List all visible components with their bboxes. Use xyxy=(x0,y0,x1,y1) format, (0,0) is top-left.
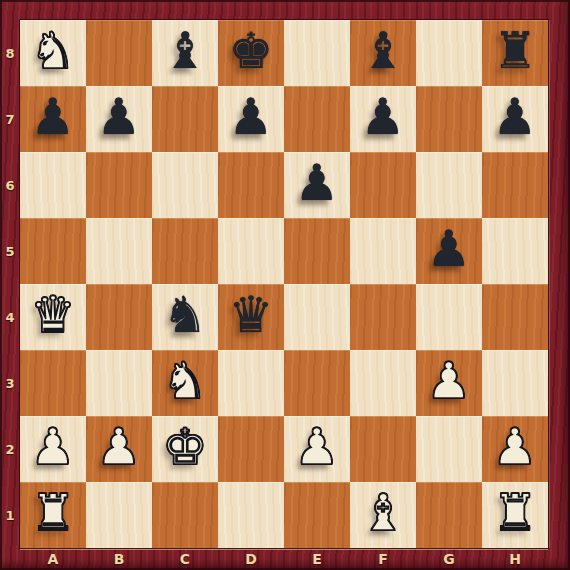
square-b6[interactable] xyxy=(86,152,152,218)
chess-board: ♞♝♚♝♜♟♟♟♟♟♟♟♛♞♛♞♟♟♟♚♟♟♜♝♜ xyxy=(20,20,548,548)
square-d2[interactable] xyxy=(218,416,284,482)
square-b5[interactable] xyxy=(86,218,152,284)
file-label-b: B xyxy=(86,548,152,570)
black-king: ♚ xyxy=(229,26,274,76)
rank-label-2: 2 xyxy=(0,416,20,482)
rank-label-6: 6 xyxy=(0,152,20,218)
black-bishop: ♝ xyxy=(361,26,406,76)
square-a5[interactable] xyxy=(20,218,86,284)
square-b4[interactable] xyxy=(86,284,152,350)
square-a3[interactable] xyxy=(20,350,86,416)
square-g1[interactable] xyxy=(416,482,482,548)
square-d3[interactable] xyxy=(218,350,284,416)
square-f3[interactable] xyxy=(350,350,416,416)
black-bishop: ♝ xyxy=(163,26,208,76)
square-c4[interactable]: ♞ xyxy=(152,284,218,350)
square-c5[interactable] xyxy=(152,218,218,284)
square-g5[interactable]: ♟ xyxy=(416,218,482,284)
square-d6[interactable] xyxy=(218,152,284,218)
square-c7[interactable] xyxy=(152,86,218,152)
white-pawn: ♟ xyxy=(427,356,472,406)
square-b1[interactable] xyxy=(86,482,152,548)
rank-label-8: 8 xyxy=(0,20,20,86)
square-d4[interactable]: ♛ xyxy=(218,284,284,350)
square-e4[interactable] xyxy=(284,284,350,350)
square-g4[interactable] xyxy=(416,284,482,350)
square-f2[interactable] xyxy=(350,416,416,482)
square-d7[interactable]: ♟ xyxy=(218,86,284,152)
square-b3[interactable] xyxy=(86,350,152,416)
square-a8[interactable]: ♞ xyxy=(20,20,86,86)
square-c6[interactable] xyxy=(152,152,218,218)
square-c8[interactable]: ♝ xyxy=(152,20,218,86)
black-queen: ♛ xyxy=(229,290,274,340)
square-g3[interactable]: ♟ xyxy=(416,350,482,416)
white-pawn: ♟ xyxy=(31,422,76,472)
rank-label-1: 1 xyxy=(0,482,20,548)
black-pawn: ♟ xyxy=(97,92,142,142)
square-e5[interactable] xyxy=(284,218,350,284)
white-knight: ♞ xyxy=(163,356,208,406)
square-g7[interactable] xyxy=(416,86,482,152)
square-b7[interactable]: ♟ xyxy=(86,86,152,152)
square-e8[interactable] xyxy=(284,20,350,86)
file-label-e: E xyxy=(284,548,350,570)
square-f7[interactable]: ♟ xyxy=(350,86,416,152)
square-f5[interactable] xyxy=(350,218,416,284)
square-h1[interactable]: ♜ xyxy=(482,482,548,548)
square-e3[interactable] xyxy=(284,350,350,416)
square-a4[interactable]: ♛ xyxy=(20,284,86,350)
rank-label-4: 4 xyxy=(0,284,20,350)
file-label-g: G xyxy=(416,548,482,570)
square-f6[interactable] xyxy=(350,152,416,218)
black-pawn: ♟ xyxy=(229,92,274,142)
square-d5[interactable] xyxy=(218,218,284,284)
square-e6[interactable]: ♟ xyxy=(284,152,350,218)
square-g6[interactable] xyxy=(416,152,482,218)
white-bishop: ♝ xyxy=(361,488,406,538)
white-rook: ♜ xyxy=(493,488,538,538)
black-rook: ♜ xyxy=(493,26,538,76)
black-pawn: ♟ xyxy=(295,158,340,208)
square-g8[interactable] xyxy=(416,20,482,86)
square-d8[interactable]: ♚ xyxy=(218,20,284,86)
rank-label-5: 5 xyxy=(0,218,20,284)
chess-board-frame: ♞♝♚♝♜♟♟♟♟♟♟♟♛♞♛♞♟♟♟♚♟♟♜♝♜ 87654321 ABCDE… xyxy=(0,0,570,570)
file-label-f: F xyxy=(350,548,416,570)
square-a6[interactable] xyxy=(20,152,86,218)
square-h5[interactable] xyxy=(482,218,548,284)
white-pawn: ♟ xyxy=(97,422,142,472)
file-label-h: H xyxy=(482,548,548,570)
file-label-c: C xyxy=(152,548,218,570)
square-e7[interactable] xyxy=(284,86,350,152)
square-h2[interactable]: ♟ xyxy=(482,416,548,482)
square-b8[interactable] xyxy=(86,20,152,86)
square-f1[interactable]: ♝ xyxy=(350,482,416,548)
file-label-a: A xyxy=(20,548,86,570)
square-b2[interactable]: ♟ xyxy=(86,416,152,482)
white-pawn: ♟ xyxy=(493,422,538,472)
square-h8[interactable]: ♜ xyxy=(482,20,548,86)
black-pawn: ♟ xyxy=(427,224,472,274)
rank-label-3: 3 xyxy=(0,350,20,416)
white-queen: ♛ xyxy=(31,290,76,340)
square-c3[interactable]: ♞ xyxy=(152,350,218,416)
white-king: ♚ xyxy=(163,422,208,472)
square-d1[interactable] xyxy=(218,482,284,548)
white-pawn: ♟ xyxy=(295,422,340,472)
square-e2[interactable]: ♟ xyxy=(284,416,350,482)
black-pawn: ♟ xyxy=(31,92,76,142)
square-g2[interactable] xyxy=(416,416,482,482)
black-pawn: ♟ xyxy=(493,92,538,142)
square-h7[interactable]: ♟ xyxy=(482,86,548,152)
square-h6[interactable] xyxy=(482,152,548,218)
file-label-d: D xyxy=(218,548,284,570)
white-knight: ♞ xyxy=(31,26,76,76)
square-h4[interactable] xyxy=(482,284,548,350)
white-rook: ♜ xyxy=(31,488,76,538)
square-f4[interactable] xyxy=(350,284,416,350)
black-pawn: ♟ xyxy=(361,92,406,142)
square-a2[interactable]: ♟ xyxy=(20,416,86,482)
square-c2[interactable]: ♚ xyxy=(152,416,218,482)
square-a1[interactable]: ♜ xyxy=(20,482,86,548)
black-knight: ♞ xyxy=(163,290,208,340)
square-h3[interactable] xyxy=(482,350,548,416)
rank-label-7: 7 xyxy=(0,86,20,152)
square-f8[interactable]: ♝ xyxy=(350,20,416,86)
square-c1[interactable] xyxy=(152,482,218,548)
square-e1[interactable] xyxy=(284,482,350,548)
square-a7[interactable]: ♟ xyxy=(20,86,86,152)
